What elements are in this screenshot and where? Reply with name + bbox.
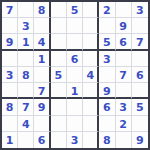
- given-digit: 8: [6, 102, 14, 113]
- given-digit: 2: [119, 118, 127, 129]
- cell-r7c1[interactable]: 8: [2, 99, 18, 115]
- given-digit: 7: [136, 37, 144, 48]
- given-digit: 1: [6, 135, 14, 146]
- cell-r5c6[interactable]: 4: [83, 67, 99, 83]
- cell-r3c1[interactable]: 9: [2, 34, 18, 50]
- cell-r5c3[interactable]: [34, 67, 50, 83]
- given-digit: 9: [136, 135, 144, 146]
- cell-r1c3[interactable]: 8: [34, 2, 50, 18]
- cell-r7c6[interactable]: [83, 99, 99, 115]
- cell-r3c7[interactable]: 5: [99, 34, 115, 50]
- cell-r8c5[interactable]: [67, 116, 83, 132]
- given-digit: 6: [71, 53, 79, 64]
- cell-r3c4[interactable]: [51, 34, 67, 50]
- cell-r6c9[interactable]: [132, 83, 148, 99]
- given-digit: 4: [38, 37, 46, 48]
- given-digit: 5: [103, 37, 111, 48]
- cell-r5c8[interactable]: 7: [116, 67, 132, 83]
- given-digit: 8: [38, 5, 46, 16]
- given-digit: 6: [119, 37, 127, 48]
- given-digit: 5: [54, 69, 62, 80]
- cell-r7c5[interactable]: [67, 99, 83, 115]
- cell-r4c7[interactable]: 3: [99, 51, 115, 67]
- given-digit: 3: [22, 21, 30, 32]
- cell-r7c2[interactable]: 7: [18, 99, 34, 115]
- given-digit: 3: [6, 69, 14, 80]
- cell-r9c9[interactable]: 9: [132, 132, 148, 148]
- sudoku-board: 78523399145671633854767198796354216389: [0, 0, 150, 150]
- cell-r6c6[interactable]: [83, 83, 99, 99]
- cell-r3c8[interactable]: 6: [116, 34, 132, 50]
- cell-r8c8[interactable]: 2: [116, 116, 132, 132]
- cell-r6c7[interactable]: 9: [99, 83, 115, 99]
- cell-r5c7[interactable]: [99, 67, 115, 83]
- cell-r9c5[interactable]: 3: [67, 132, 83, 148]
- cell-r4c1[interactable]: [2, 51, 18, 67]
- cell-r8c4[interactable]: [51, 116, 67, 132]
- cell-r8c6[interactable]: [83, 116, 99, 132]
- cell-r2c6[interactable]: [83, 18, 99, 34]
- cell-r6c2[interactable]: [18, 83, 34, 99]
- cell-r7c3[interactable]: 9: [34, 99, 50, 115]
- given-digit: 9: [119, 21, 127, 32]
- given-digit: 5: [136, 102, 144, 113]
- given-digit: 3: [71, 135, 79, 146]
- cell-r8c2[interactable]: 4: [18, 116, 34, 132]
- cell-r4c6[interactable]: [83, 51, 99, 67]
- cell-r3c3[interactable]: 4: [34, 34, 50, 50]
- cell-r4c3[interactable]: 1: [34, 51, 50, 67]
- given-digit: 8: [103, 135, 111, 146]
- cell-r9c2[interactable]: [18, 132, 34, 148]
- given-digit: 3: [103, 53, 111, 64]
- cell-r9c7[interactable]: 8: [99, 132, 115, 148]
- given-digit: 7: [38, 85, 46, 96]
- cell-r2c1[interactable]: [2, 18, 18, 34]
- given-digit: 6: [103, 102, 111, 113]
- cell-r7c8[interactable]: 3: [116, 99, 132, 115]
- cell-r9c8[interactable]: [116, 132, 132, 148]
- cell-r7c7[interactable]: 6: [99, 99, 115, 115]
- given-digit: 6: [136, 69, 144, 80]
- cell-r1c8[interactable]: [116, 2, 132, 18]
- cell-r1c1[interactable]: 7: [2, 2, 18, 18]
- given-digit: 2: [103, 5, 111, 16]
- cell-r1c9[interactable]: 3: [132, 2, 148, 18]
- cell-r2c7[interactable]: [99, 18, 115, 34]
- cell-r5c5[interactable]: [67, 67, 83, 83]
- cell-r6c3[interactable]: 7: [34, 83, 50, 99]
- given-digit: 9: [38, 102, 46, 113]
- cell-r6c1[interactable]: [2, 83, 18, 99]
- cell-r1c2[interactable]: [18, 2, 34, 18]
- given-digit: 1: [22, 37, 30, 48]
- given-digit: 6: [38, 135, 46, 146]
- cell-r4c2[interactable]: [18, 51, 34, 67]
- cell-r2c5[interactable]: [67, 18, 83, 34]
- cell-r5c1[interactable]: 3: [2, 67, 18, 83]
- cell-r6c5[interactable]: 1: [67, 83, 83, 99]
- cell-r7c9[interactable]: 5: [132, 99, 148, 115]
- cell-r8c9[interactable]: [132, 116, 148, 132]
- cell-r9c1[interactable]: 1: [2, 132, 18, 148]
- cell-r5c4[interactable]: 5: [51, 67, 67, 83]
- given-digit: 1: [71, 85, 79, 96]
- given-digit: 8: [22, 69, 30, 80]
- given-digit: 3: [136, 5, 144, 16]
- given-digit: 7: [6, 5, 14, 16]
- cell-r4c9[interactable]: [132, 51, 148, 67]
- cell-r4c4[interactable]: [51, 51, 67, 67]
- cell-r7c4[interactable]: [51, 99, 67, 115]
- cell-r2c2[interactable]: 3: [18, 18, 34, 34]
- given-digit: 4: [22, 118, 30, 129]
- given-digit: 7: [119, 69, 127, 80]
- cell-r2c3[interactable]: [34, 18, 50, 34]
- given-digit: 9: [103, 85, 111, 96]
- cell-r9c4[interactable]: [51, 132, 67, 148]
- cell-r5c2[interactable]: 8: [18, 67, 34, 83]
- cell-r8c1[interactable]: [2, 116, 18, 132]
- sudoku-app: 78523399145671633854767198796354216389: [0, 0, 150, 150]
- cell-r8c3[interactable]: [34, 116, 50, 132]
- cell-r2c8[interactable]: 9: [116, 18, 132, 34]
- given-digit: 4: [86, 69, 94, 80]
- cell-r3c6[interactable]: [83, 34, 99, 50]
- cell-r4c5[interactable]: 6: [67, 51, 83, 67]
- given-digit: 9: [6, 37, 14, 48]
- cell-r5c9[interactable]: 6: [132, 67, 148, 83]
- cell-r2c4[interactable]: [51, 18, 67, 34]
- cell-r1c7[interactable]: 2: [99, 2, 115, 18]
- cell-r4c8[interactable]: [116, 51, 132, 67]
- cell-r3c5[interactable]: [67, 34, 83, 50]
- cell-r6c8[interactable]: [116, 83, 132, 99]
- cell-r9c3[interactable]: 6: [34, 132, 50, 148]
- cell-r6c4[interactable]: [51, 83, 67, 99]
- cell-r3c2[interactable]: 1: [18, 34, 34, 50]
- cell-r1c5[interactable]: 5: [67, 2, 83, 18]
- given-digit: 3: [119, 102, 127, 113]
- given-digit: 5: [71, 5, 79, 16]
- cell-r8c7[interactable]: [99, 116, 115, 132]
- given-digit: 7: [22, 102, 30, 113]
- cell-r9c6[interactable]: [83, 132, 99, 148]
- given-digit: 1: [38, 53, 46, 64]
- cell-r1c4[interactable]: [51, 2, 67, 18]
- cell-r3c9[interactable]: 7: [132, 34, 148, 50]
- cell-r1c6[interactable]: [83, 2, 99, 18]
- cell-r2c9[interactable]: [132, 18, 148, 34]
